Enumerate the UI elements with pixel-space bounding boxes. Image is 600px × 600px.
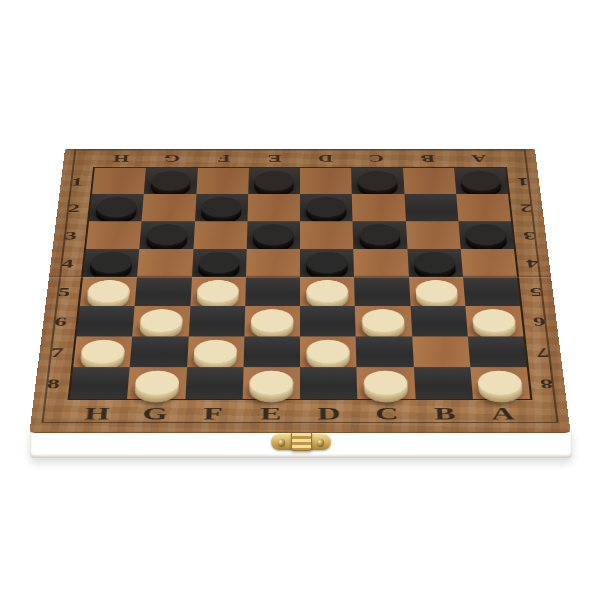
white-checker-A8[interactable]: ●	[470, 364, 530, 396]
file-label-bottom-D: D	[317, 403, 340, 424]
square-F2[interactable]: ●	[195, 194, 248, 221]
product-photo: ●●●●●●●●●●●●●●●●●●●●●●●●●●●●●● HHGGFFEED…	[0, 0, 600, 600]
black-checker-C1[interactable]: ●	[351, 166, 404, 192]
file-label-top-C: C	[369, 152, 384, 164]
square-E3[interactable]: ●	[247, 221, 300, 249]
white-checker-H7[interactable]: ●	[74, 333, 133, 364]
square-E6[interactable]: ●	[244, 306, 300, 336]
black-checker-B4[interactable]: ●	[407, 246, 463, 274]
square-A1[interactable]: ●	[454, 168, 508, 194]
playing-area: ●●●●●●●●●●●●●●●●●●●●●●●●●●●●●●	[70, 168, 530, 399]
case-side-edge	[30, 429, 572, 458]
white-checker-F5[interactable]: ●	[190, 274, 246, 303]
rank-label-right-5: 5	[529, 285, 543, 300]
square-E1[interactable]: ●	[248, 168, 300, 194]
square-D8[interactable]	[300, 367, 358, 399]
rank-label-left-5: 5	[57, 285, 71, 300]
rank-label-left-3: 3	[64, 228, 77, 242]
black-checker-A1[interactable]: ●	[454, 166, 508, 192]
rank-label-left-8: 8	[46, 376, 60, 392]
square-E8[interactable]: ●	[242, 367, 300, 399]
square-D2[interactable]: ●	[300, 194, 353, 221]
rank-label-right-6: 6	[532, 314, 546, 329]
square-C4[interactable]	[353, 249, 408, 277]
rank-label-left-2: 2	[67, 201, 80, 214]
black-checker-H2[interactable]: ●	[89, 192, 144, 219]
rank-label-right-7: 7	[536, 344, 550, 359]
square-H5[interactable]: ●	[80, 277, 137, 306]
board: ●●●●●●●●●●●●●●●●●●●●●●●●●●●●●● HHGGFFEED…	[29, 149, 570, 433]
square-C3[interactable]: ●	[353, 221, 407, 249]
square-F8[interactable]	[185, 367, 243, 399]
square-G3[interactable]: ●	[140, 221, 195, 249]
rank-label-left-4: 4	[61, 256, 75, 270]
square-E4[interactable]	[246, 249, 300, 277]
square-F7[interactable]: ●	[187, 336, 245, 367]
rank-label-right-3: 3	[522, 228, 535, 242]
black-checker-C3[interactable]: ●	[353, 219, 407, 246]
white-checker-C6[interactable]: ●	[355, 303, 412, 333]
file-label-bottom-A: A	[490, 403, 515, 424]
white-checker-C8[interactable]: ●	[357, 364, 415, 396]
fold-seam	[49, 275, 551, 278]
square-G8[interactable]: ●	[127, 367, 186, 399]
black-checker-A3[interactable]: ●	[458, 219, 514, 246]
black-checker-F4[interactable]: ●	[192, 246, 247, 274]
white-checker-A6[interactable]: ●	[465, 303, 523, 333]
square-C8[interactable]: ●	[357, 367, 415, 399]
white-checker-D7[interactable]: ●	[300, 333, 357, 364]
white-checker-E8[interactable]: ●	[243, 364, 300, 396]
file-label-bottom-C: C	[375, 403, 399, 424]
square-H8[interactable]	[70, 367, 130, 399]
square-H7[interactable]: ●	[73, 336, 132, 367]
square-G1[interactable]: ●	[144, 168, 197, 194]
black-checker-H4[interactable]: ●	[83, 246, 139, 274]
file-label-top-B: B	[420, 152, 435, 164]
file-label-bottom-B: B	[434, 403, 457, 424]
black-checker-E3[interactable]: ●	[247, 219, 300, 246]
square-C6[interactable]: ●	[355, 306, 412, 336]
square-A8[interactable]: ●	[470, 367, 530, 399]
file-label-bottom-G: G	[142, 403, 168, 424]
square-G4[interactable]	[137, 249, 193, 277]
rank-label-right-4: 4	[526, 256, 540, 270]
square-H2[interactable]: ●	[89, 194, 144, 221]
black-checker-G1[interactable]: ●	[144, 166, 197, 192]
white-checker-H5[interactable]: ●	[80, 274, 137, 303]
square-D7[interactable]: ●	[300, 336, 357, 367]
black-checker-E1[interactable]: ●	[248, 166, 300, 192]
square-B7[interactable]	[412, 336, 470, 367]
file-label-top-H: H	[113, 152, 130, 164]
rank-label-left-7: 7	[50, 344, 64, 359]
rank-label-right-2: 2	[519, 201, 532, 214]
square-B1[interactable]	[403, 168, 456, 194]
brass-clasp	[271, 434, 331, 450]
clasp-screw-icon	[317, 439, 324, 446]
black-checker-D2[interactable]: ●	[300, 192, 353, 219]
square-B2[interactable]	[404, 194, 458, 221]
file-label-bottom-E: E	[260, 403, 282, 424]
square-A4[interactable]	[460, 249, 517, 277]
black-checker-G3[interactable]: ●	[140, 219, 195, 246]
rank-label-right-8: 8	[539, 376, 553, 392]
rank-label-left-1: 1	[71, 175, 84, 188]
square-D5[interactable]: ●	[300, 277, 355, 306]
rank-label-left-6: 6	[54, 314, 68, 329]
square-A6[interactable]: ●	[465, 306, 523, 336]
square-C1[interactable]: ●	[351, 168, 404, 194]
square-G6[interactable]: ●	[132, 306, 189, 336]
file-label-top-D: D	[318, 152, 333, 164]
square-B5[interactable]: ●	[409, 277, 466, 306]
square-F5[interactable]: ●	[190, 277, 246, 306]
white-checker-F7[interactable]: ●	[187, 333, 244, 364]
white-checker-D5[interactable]: ●	[300, 274, 355, 303]
white-checker-E6[interactable]: ●	[244, 303, 300, 333]
file-label-bottom-F: F	[203, 403, 223, 424]
white-checker-G8[interactable]: ●	[128, 364, 187, 396]
rank-label-right-1: 1	[516, 175, 529, 188]
white-checker-B5[interactable]: ●	[408, 274, 465, 303]
file-label-bottom-H: H	[84, 403, 111, 424]
file-label-top-E: E	[267, 152, 281, 164]
black-checker-D4[interactable]: ●	[300, 246, 354, 274]
black-checker-F2[interactable]: ●	[195, 192, 248, 219]
file-label-top-A: A	[471, 152, 487, 164]
square-A3[interactable]: ●	[458, 221, 514, 249]
clasp-screw-icon	[278, 439, 285, 446]
file-label-top-F: F	[217, 152, 230, 164]
white-checker-G6[interactable]: ●	[133, 303, 190, 333]
square-B6[interactable]	[410, 306, 467, 336]
file-label-top-G: G	[164, 152, 181, 164]
square-B8[interactable]	[413, 367, 472, 399]
